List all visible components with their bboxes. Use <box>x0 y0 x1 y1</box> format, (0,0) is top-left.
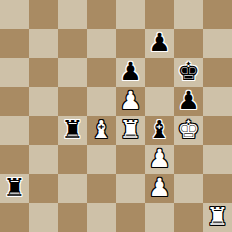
square-f3[interactable]: ♟ <box>145 145 174 174</box>
square-h7[interactable] <box>203 29 232 58</box>
square-e2[interactable] <box>116 174 145 203</box>
square-f7[interactable]: ♟ <box>145 29 174 58</box>
white-bishop-d4: ♝ <box>90 115 112 144</box>
square-c6[interactable] <box>58 58 87 87</box>
white-pawn-e5: ♟ <box>119 86 141 115</box>
square-f6[interactable] <box>145 58 174 87</box>
square-d6[interactable] <box>87 58 116 87</box>
square-b5[interactable] <box>29 87 58 116</box>
square-e3[interactable] <box>116 145 145 174</box>
black-king-g6: ♚ <box>177 57 199 86</box>
square-a7[interactable] <box>0 29 29 58</box>
square-d4[interactable]: ♝ <box>87 116 116 145</box>
black-bishop-f4: ♝ <box>148 115 170 144</box>
square-e6[interactable]: ♟ <box>116 58 145 87</box>
square-d1[interactable] <box>87 203 116 232</box>
square-a2[interactable]: ♜ <box>0 174 29 203</box>
square-c8[interactable] <box>58 0 87 29</box>
square-c7[interactable] <box>58 29 87 58</box>
black-pawn-g5: ♟ <box>177 86 199 115</box>
square-e1[interactable] <box>116 203 145 232</box>
square-h3[interactable] <box>203 145 232 174</box>
square-f4[interactable]: ♝ <box>145 116 174 145</box>
square-b6[interactable] <box>29 58 58 87</box>
square-g2[interactable] <box>174 174 203 203</box>
square-a5[interactable] <box>0 87 29 116</box>
square-f1[interactable] <box>145 203 174 232</box>
square-a3[interactable] <box>0 145 29 174</box>
black-rook-a2: ♜ <box>3 173 25 202</box>
square-e4[interactable]: ♜ <box>116 116 145 145</box>
square-c1[interactable] <box>58 203 87 232</box>
square-d3[interactable] <box>87 145 116 174</box>
square-e8[interactable] <box>116 0 145 29</box>
square-h8[interactable] <box>203 0 232 29</box>
black-pawn-e6: ♟ <box>119 57 141 86</box>
square-h6[interactable] <box>203 58 232 87</box>
square-h4[interactable] <box>203 116 232 145</box>
square-h5[interactable] <box>203 87 232 116</box>
square-g8[interactable] <box>174 0 203 29</box>
square-d7[interactable] <box>87 29 116 58</box>
white-rook-h1: ♜ <box>206 202 228 231</box>
square-c4[interactable]: ♜ <box>58 116 87 145</box>
square-b7[interactable] <box>29 29 58 58</box>
square-f5[interactable] <box>145 87 174 116</box>
square-g1[interactable] <box>174 203 203 232</box>
black-rook-c4: ♜ <box>61 115 83 144</box>
square-c5[interactable] <box>58 87 87 116</box>
square-b1[interactable] <box>29 203 58 232</box>
white-king-g4: ♚ <box>177 115 199 144</box>
square-g4[interactable]: ♚ <box>174 116 203 145</box>
square-c2[interactable] <box>58 174 87 203</box>
square-c3[interactable] <box>58 145 87 174</box>
square-a8[interactable] <box>0 0 29 29</box>
square-b2[interactable] <box>29 174 58 203</box>
white-pawn-f3: ♟ <box>148 144 170 173</box>
white-rook-e4: ♜ <box>119 115 141 144</box>
square-f8[interactable] <box>145 0 174 29</box>
square-a6[interactable] <box>0 58 29 87</box>
white-pawn-f2: ♟ <box>148 173 170 202</box>
square-a1[interactable] <box>0 203 29 232</box>
square-f2[interactable]: ♟ <box>145 174 174 203</box>
square-e7[interactable] <box>116 29 145 58</box>
square-d8[interactable] <box>87 0 116 29</box>
square-g6[interactable]: ♚ <box>174 58 203 87</box>
square-e5[interactable]: ♟ <box>116 87 145 116</box>
square-d5[interactable] <box>87 87 116 116</box>
square-h1[interactable]: ♜ <box>203 203 232 232</box>
square-g3[interactable] <box>174 145 203 174</box>
square-g5[interactable]: ♟ <box>174 87 203 116</box>
chess-board: ♟♟♚♟♟♜♝♜♝♚♟♜♟♜ <box>0 0 232 232</box>
square-g7[interactable] <box>174 29 203 58</box>
square-h2[interactable] <box>203 174 232 203</box>
black-pawn-f7: ♟ <box>148 28 170 57</box>
square-b3[interactable] <box>29 145 58 174</box>
square-b8[interactable] <box>29 0 58 29</box>
square-d2[interactable] <box>87 174 116 203</box>
square-a4[interactable] <box>0 116 29 145</box>
square-b4[interactable] <box>29 116 58 145</box>
